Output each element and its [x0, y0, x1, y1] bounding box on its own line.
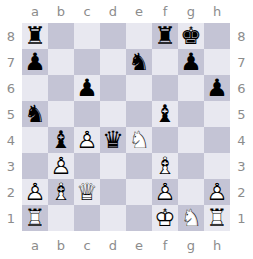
- square-h1[interactable]: ♜♖: [204, 205, 230, 231]
- rank-labels-left: 87654321: [0, 23, 22, 231]
- square-h4[interactable]: [204, 127, 230, 153]
- file-label-d: d: [109, 239, 117, 252]
- square-a2[interactable]: ♟♙: [22, 179, 48, 205]
- square-g2[interactable]: [178, 179, 204, 205]
- piece-black-pawn[interactable]: ♟: [22, 49, 48, 75]
- piece-black-pawn[interactable]: ♟: [74, 75, 100, 101]
- file-label-e: e: [135, 5, 143, 18]
- square-c2[interactable]: ♛♕: [74, 179, 100, 205]
- piece-white-king[interactable]: ♚♔: [152, 205, 178, 231]
- square-g6[interactable]: [178, 75, 204, 101]
- rank-label-4: 4: [7, 134, 15, 147]
- piece-glyph: ♚: [180, 23, 202, 49]
- piece-white-rook[interactable]: ♜♖: [22, 205, 48, 231]
- square-e4[interactable]: ♞♘: [126, 127, 152, 153]
- piece-white-bishop[interactable]: ♝♗: [152, 153, 178, 179]
- piece-glyph: ♘: [128, 127, 150, 153]
- corner-top-left: [0, 0, 22, 23]
- piece-glyph: ♛: [102, 127, 124, 153]
- rank-label-1: 1: [7, 212, 15, 225]
- rank-label-7: 7: [237, 56, 245, 69]
- piece-glyph: ♙: [206, 179, 228, 205]
- rank-label-3: 3: [237, 160, 245, 173]
- piece-glyph: ♙: [24, 179, 46, 205]
- square-d2[interactable]: [100, 179, 126, 205]
- file-label-g: g: [187, 5, 195, 18]
- file-label-h: h: [213, 5, 221, 18]
- rank-label-2: 2: [237, 186, 245, 199]
- rank-label-5: 5: [237, 108, 245, 121]
- square-h2[interactable]: ♟♙: [204, 179, 230, 205]
- square-a5[interactable]: ♞: [22, 101, 48, 127]
- square-h5[interactable]: [204, 101, 230, 127]
- piece-glyph: ♝: [50, 127, 72, 153]
- square-f8[interactable]: ♜: [152, 23, 178, 49]
- rank-label-1: 1: [237, 212, 245, 225]
- square-b3[interactable]: ♟♙: [48, 153, 74, 179]
- rank-label-7: 7: [7, 56, 15, 69]
- square-a8[interactable]: ♜: [22, 23, 48, 49]
- square-e6[interactable]: [126, 75, 152, 101]
- square-f1[interactable]: ♚♔: [152, 205, 178, 231]
- piece-white-bishop[interactable]: ♝♗: [48, 179, 74, 205]
- file-labels-bottom: abcdefgh: [22, 231, 230, 259]
- square-f2[interactable]: ♟♙: [152, 179, 178, 205]
- square-f4[interactable]: [152, 127, 178, 153]
- square-g7[interactable]: ♟: [178, 49, 204, 75]
- piece-white-rook[interactable]: ♜♖: [204, 205, 230, 231]
- square-c3[interactable]: [74, 153, 100, 179]
- piece-black-rook[interactable]: ♜: [22, 23, 48, 49]
- square-c8[interactable]: [74, 23, 100, 49]
- piece-white-knight[interactable]: ♞♘: [126, 127, 152, 153]
- piece-white-pawn[interactable]: ♟♙: [74, 127, 100, 153]
- piece-black-rook[interactable]: ♜: [152, 23, 178, 49]
- square-a1[interactable]: ♜♖: [22, 205, 48, 231]
- square-g4[interactable]: [178, 127, 204, 153]
- piece-glyph: ♞: [128, 49, 150, 75]
- rank-labels-right: 87654321: [230, 23, 253, 231]
- file-label-d: d: [109, 5, 117, 18]
- corner-bottom-left: [0, 231, 22, 259]
- square-h6[interactable]: ♟: [204, 75, 230, 101]
- piece-glyph: ♟: [24, 49, 46, 75]
- square-c1[interactable]: [74, 205, 100, 231]
- piece-glyph: ♙: [154, 179, 176, 205]
- file-label-b: b: [57, 239, 65, 252]
- rank-label-3: 3: [7, 160, 15, 173]
- square-f6[interactable]: [152, 75, 178, 101]
- square-f7[interactable]: [152, 49, 178, 75]
- square-d5[interactable]: [100, 101, 126, 127]
- square-f5[interactable]: ♝: [152, 101, 178, 127]
- square-f3[interactable]: ♝♗: [152, 153, 178, 179]
- rank-label-5: 5: [7, 108, 15, 121]
- square-a3[interactable]: [22, 153, 48, 179]
- rank-label-6: 6: [7, 82, 15, 95]
- file-labels-top: abcdefgh: [22, 0, 230, 23]
- square-d8[interactable]: [100, 23, 126, 49]
- square-h7[interactable]: [204, 49, 230, 75]
- square-b4[interactable]: ♝: [48, 127, 74, 153]
- file-label-a: a: [31, 239, 39, 252]
- file-label-a: a: [31, 5, 39, 18]
- rank-label-8: 8: [7, 30, 15, 43]
- piece-glyph: ♝: [154, 101, 176, 127]
- square-d6[interactable]: [100, 75, 126, 101]
- square-b5[interactable]: [48, 101, 74, 127]
- square-a4[interactable]: [22, 127, 48, 153]
- square-d1[interactable]: [100, 205, 126, 231]
- chess-diagram: abcdefgh 87654321 ♜♜♚♟♞♟♟♟♞♝♝♟♙♛♞♘♟♙♝♗♟♙…: [0, 0, 253, 259]
- square-e1[interactable]: [126, 205, 152, 231]
- piece-glyph: ♙: [50, 153, 72, 179]
- chess-board: ♜♜♚♟♞♟♟♟♞♝♝♟♙♛♞♘♟♙♝♗♟♙♝♗♛♕♟♙♟♙♜♖♚♔♞♘♜♖: [22, 23, 230, 231]
- piece-glyph: ♟: [180, 49, 202, 75]
- square-e7[interactable]: ♞: [126, 49, 152, 75]
- square-b2[interactable]: ♝♗: [48, 179, 74, 205]
- piece-white-queen[interactable]: ♛♕: [74, 179, 100, 205]
- square-d7[interactable]: [100, 49, 126, 75]
- file-label-f: f: [163, 5, 168, 18]
- square-b7[interactable]: [48, 49, 74, 75]
- file-label-f: f: [163, 239, 168, 252]
- square-e8[interactable]: [126, 23, 152, 49]
- square-b8[interactable]: [48, 23, 74, 49]
- file-label-c: c: [83, 5, 90, 18]
- square-h3[interactable]: [204, 153, 230, 179]
- square-g3[interactable]: [178, 153, 204, 179]
- square-g8[interactable]: ♚: [178, 23, 204, 49]
- piece-glyph: ♔: [154, 205, 176, 231]
- square-h8[interactable]: [204, 23, 230, 49]
- piece-black-king[interactable]: ♚: [178, 23, 204, 49]
- square-d4[interactable]: ♛: [100, 127, 126, 153]
- square-c5[interactable]: [74, 101, 100, 127]
- piece-glyph: ♕: [76, 179, 98, 205]
- file-label-g: g: [187, 239, 195, 252]
- piece-white-pawn[interactable]: ♟♙: [48, 153, 74, 179]
- square-c4[interactable]: ♟♙: [74, 127, 100, 153]
- file-label-h: h: [213, 239, 221, 252]
- rank-label-4: 4: [237, 134, 245, 147]
- piece-glyph: ♗: [154, 153, 176, 179]
- square-g5[interactable]: [178, 101, 204, 127]
- rank-label-8: 8: [237, 30, 245, 43]
- piece-glyph: ♜: [154, 23, 176, 49]
- piece-glyph: ♘: [180, 205, 202, 231]
- piece-black-pawn[interactable]: ♟: [178, 49, 204, 75]
- square-b6[interactable]: [48, 75, 74, 101]
- piece-white-pawn[interactable]: ♟♙: [204, 179, 230, 205]
- piece-white-pawn[interactable]: ♟♙: [22, 179, 48, 205]
- square-d3[interactable]: [100, 153, 126, 179]
- square-c7[interactable]: [74, 49, 100, 75]
- piece-black-knight[interactable]: ♞: [126, 49, 152, 75]
- piece-black-pawn[interactable]: ♟: [204, 75, 230, 101]
- rank-label-2: 2: [7, 186, 15, 199]
- square-e3[interactable]: [126, 153, 152, 179]
- square-a6[interactable]: [22, 75, 48, 101]
- piece-black-bishop[interactable]: ♝: [48, 127, 74, 153]
- piece-glyph: ♙: [76, 127, 98, 153]
- rank-label-6: 6: [237, 82, 245, 95]
- piece-black-queen[interactable]: ♛: [100, 127, 126, 153]
- square-c6[interactable]: ♟: [74, 75, 100, 101]
- square-g1[interactable]: ♞♘: [178, 205, 204, 231]
- piece-glyph: ♖: [24, 205, 46, 231]
- square-e2[interactable]: [126, 179, 152, 205]
- file-label-c: c: [83, 239, 90, 252]
- piece-glyph: ♟: [206, 75, 228, 101]
- piece-white-pawn[interactable]: ♟♙: [152, 179, 178, 205]
- piece-glyph: ♗: [50, 179, 72, 205]
- square-a7[interactable]: ♟: [22, 49, 48, 75]
- square-b1[interactable]: [48, 205, 74, 231]
- piece-black-bishop[interactable]: ♝: [152, 101, 178, 127]
- piece-white-knight[interactable]: ♞♘: [178, 205, 204, 231]
- corner-bottom-right: [230, 231, 253, 259]
- piece-glyph: ♜: [24, 23, 46, 49]
- piece-glyph: ♟: [76, 75, 98, 101]
- corner-top-right: [230, 0, 253, 23]
- piece-glyph: ♞: [24, 101, 46, 127]
- file-label-e: e: [135, 239, 143, 252]
- square-e5[interactable]: [126, 101, 152, 127]
- piece-black-knight[interactable]: ♞: [22, 101, 48, 127]
- piece-glyph: ♖: [206, 205, 228, 231]
- file-label-b: b: [57, 5, 65, 18]
